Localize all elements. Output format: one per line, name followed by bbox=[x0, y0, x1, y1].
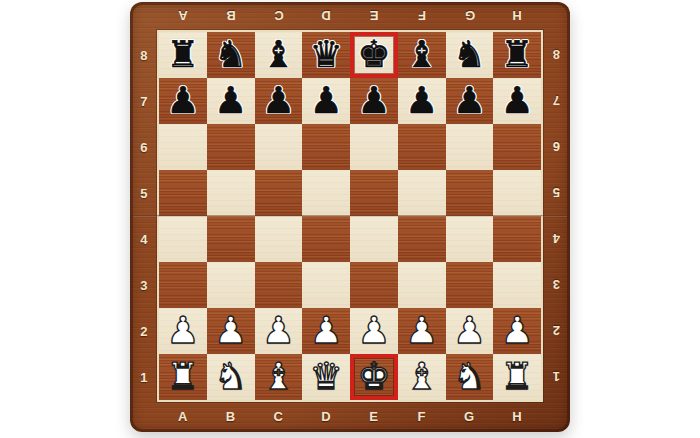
square-h4[interactable] bbox=[493, 216, 541, 262]
square-c5[interactable] bbox=[255, 170, 303, 216]
rank-label-left-4: 4 bbox=[132, 216, 156, 262]
square-c6[interactable] bbox=[255, 124, 303, 170]
rank-label-left-5: 5 bbox=[132, 170, 156, 216]
rank-label-left-8: 8 bbox=[132, 32, 156, 78]
piece-white-pawn[interactable]: ♟ bbox=[262, 312, 295, 349]
file-label-top-c: C bbox=[255, 3, 303, 29]
square-d5[interactable] bbox=[302, 170, 350, 216]
square-b5[interactable] bbox=[207, 170, 255, 216]
board-fold-seam bbox=[133, 215, 567, 217]
square-h3[interactable] bbox=[493, 262, 541, 308]
square-a1[interactable]: ♜ bbox=[159, 354, 207, 400]
piece-white-knight[interactable]: ♞ bbox=[453, 358, 486, 395]
file-label-top-h: H bbox=[493, 3, 541, 29]
file-label-top-b: B bbox=[207, 3, 255, 29]
square-e2[interactable]: ♟ bbox=[350, 308, 398, 354]
file-label-bottom-e: E bbox=[350, 403, 398, 430]
square-g7[interactable]: ♟ bbox=[446, 78, 494, 124]
piece-black-rook[interactable]: ♜ bbox=[166, 36, 199, 73]
square-b3[interactable] bbox=[207, 262, 255, 308]
file-label-bottom-a: A bbox=[159, 403, 207, 430]
rank-label-right-1: 1 bbox=[544, 354, 568, 400]
square-h2[interactable]: ♟ bbox=[493, 308, 541, 354]
square-b4[interactable] bbox=[207, 216, 255, 262]
screenshot-background: ABCDEFGH ABCDEFGH 87654321 87654321 ♜♞♝♛… bbox=[0, 0, 700, 438]
piece-white-pawn[interactable]: ♟ bbox=[357, 312, 390, 349]
square-h7[interactable]: ♟ bbox=[493, 78, 541, 124]
square-h5[interactable] bbox=[493, 170, 541, 216]
piece-black-bishop[interactable]: ♝ bbox=[405, 36, 438, 73]
file-label-top-f: F bbox=[398, 3, 446, 29]
square-b7[interactable]: ♟ bbox=[207, 78, 255, 124]
square-e5[interactable] bbox=[350, 170, 398, 216]
file-label-bottom-d: D bbox=[302, 403, 350, 430]
square-a5[interactable] bbox=[159, 170, 207, 216]
piece-white-knight[interactable]: ♞ bbox=[214, 358, 247, 395]
square-f3[interactable] bbox=[398, 262, 446, 308]
square-d1[interactable]: ♛ bbox=[302, 354, 350, 400]
piece-white-bishop[interactable]: ♝ bbox=[262, 358, 295, 395]
piece-white-king[interactable]: ♚ bbox=[357, 358, 390, 395]
rank-label-left-6: 6 bbox=[132, 124, 156, 170]
file-label-top-g: G bbox=[446, 3, 494, 29]
square-a6[interactable] bbox=[159, 124, 207, 170]
file-label-bottom-g: G bbox=[446, 403, 494, 430]
piece-white-pawn[interactable]: ♟ bbox=[453, 312, 486, 349]
square-b2[interactable]: ♟ bbox=[207, 308, 255, 354]
piece-black-bishop[interactable]: ♝ bbox=[262, 36, 295, 73]
piece-black-king[interactable]: ♚ bbox=[357, 36, 390, 73]
square-g4[interactable] bbox=[446, 216, 494, 262]
square-g6[interactable] bbox=[446, 124, 494, 170]
piece-black-knight[interactable]: ♞ bbox=[453, 36, 486, 73]
square-d6[interactable] bbox=[302, 124, 350, 170]
square-d7[interactable]: ♟ bbox=[302, 78, 350, 124]
chess-board: ABCDEFGH ABCDEFGH 87654321 87654321 ♜♞♝♛… bbox=[130, 2, 570, 432]
square-e8[interactable]: ♚ bbox=[350, 32, 398, 78]
piece-black-pawn[interactable]: ♟ bbox=[405, 82, 438, 119]
rank-label-left-7: 7 bbox=[132, 78, 156, 124]
square-e3[interactable] bbox=[350, 262, 398, 308]
rank-label-right-4: 4 bbox=[544, 216, 568, 262]
square-b1[interactable]: ♞ bbox=[207, 354, 255, 400]
rank-label-right-7: 7 bbox=[544, 78, 568, 124]
piece-black-pawn[interactable]: ♟ bbox=[166, 82, 199, 119]
square-a8[interactable]: ♜ bbox=[159, 32, 207, 78]
square-e4[interactable] bbox=[350, 216, 398, 262]
square-d3[interactable] bbox=[302, 262, 350, 308]
square-a2[interactable]: ♟ bbox=[159, 308, 207, 354]
piece-white-pawn[interactable]: ♟ bbox=[501, 312, 534, 349]
piece-black-pawn[interactable]: ♟ bbox=[357, 82, 390, 119]
rank-label-left-3: 3 bbox=[132, 262, 156, 308]
piece-black-pawn[interactable]: ♟ bbox=[214, 82, 247, 119]
file-label-bottom-f: F bbox=[398, 403, 446, 430]
rank-label-left-2: 2 bbox=[132, 308, 156, 354]
piece-black-pawn[interactable]: ♟ bbox=[501, 82, 534, 119]
square-f4[interactable] bbox=[398, 216, 446, 262]
square-c2[interactable]: ♟ bbox=[255, 308, 303, 354]
square-f1[interactable]: ♝ bbox=[398, 354, 446, 400]
piece-white-pawn[interactable]: ♟ bbox=[214, 312, 247, 349]
file-label-top-a: A bbox=[159, 3, 207, 29]
piece-white-pawn[interactable]: ♟ bbox=[405, 312, 438, 349]
piece-white-rook[interactable]: ♜ bbox=[501, 358, 534, 395]
file-labels-bottom: ABCDEFGH bbox=[159, 403, 541, 430]
rank-label-right-5: 5 bbox=[544, 170, 568, 216]
square-b6[interactable] bbox=[207, 124, 255, 170]
square-f5[interactable] bbox=[398, 170, 446, 216]
square-a4[interactable] bbox=[159, 216, 207, 262]
piece-black-pawn[interactable]: ♟ bbox=[262, 82, 295, 119]
piece-black-queen[interactable]: ♛ bbox=[310, 36, 343, 73]
square-a3[interactable] bbox=[159, 262, 207, 308]
rank-label-right-3: 3 bbox=[544, 262, 568, 308]
piece-black-pawn[interactable]: ♟ bbox=[453, 82, 486, 119]
file-label-bottom-c: C bbox=[255, 403, 303, 430]
square-e6[interactable] bbox=[350, 124, 398, 170]
file-label-bottom-b: B bbox=[207, 403, 255, 430]
square-d8[interactable]: ♛ bbox=[302, 32, 350, 78]
piece-white-bishop[interactable]: ♝ bbox=[405, 358, 438, 395]
file-label-top-d: D bbox=[302, 3, 350, 29]
rank-label-right-2: 2 bbox=[544, 308, 568, 354]
square-f7[interactable]: ♟ bbox=[398, 78, 446, 124]
square-g5[interactable] bbox=[446, 170, 494, 216]
square-b8[interactable]: ♞ bbox=[207, 32, 255, 78]
square-h8[interactable]: ♜ bbox=[493, 32, 541, 78]
square-h1[interactable]: ♜ bbox=[493, 354, 541, 400]
piece-white-pawn[interactable]: ♟ bbox=[166, 312, 199, 349]
square-c3[interactable] bbox=[255, 262, 303, 308]
rank-label-right-6: 6 bbox=[544, 124, 568, 170]
square-e7[interactable]: ♟ bbox=[350, 78, 398, 124]
square-f8[interactable]: ♝ bbox=[398, 32, 446, 78]
square-c7[interactable]: ♟ bbox=[255, 78, 303, 124]
square-g8[interactable]: ♞ bbox=[446, 32, 494, 78]
rank-label-right-8: 8 bbox=[544, 32, 568, 78]
square-h6[interactable] bbox=[493, 124, 541, 170]
square-f6[interactable] bbox=[398, 124, 446, 170]
file-label-top-e: E bbox=[350, 3, 398, 29]
square-g3[interactable] bbox=[446, 262, 494, 308]
square-d2[interactable]: ♟ bbox=[302, 308, 350, 354]
piece-white-rook[interactable]: ♜ bbox=[166, 358, 199, 395]
piece-white-queen[interactable]: ♛ bbox=[310, 358, 343, 395]
piece-black-rook[interactable]: ♜ bbox=[501, 36, 534, 73]
piece-black-pawn[interactable]: ♟ bbox=[310, 82, 343, 119]
square-g1[interactable]: ♞ bbox=[446, 354, 494, 400]
square-c4[interactable] bbox=[255, 216, 303, 262]
file-labels-top: ABCDEFGH bbox=[159, 3, 541, 29]
square-f2[interactable]: ♟ bbox=[398, 308, 446, 354]
square-c1[interactable]: ♝ bbox=[255, 354, 303, 400]
square-a7[interactable]: ♟ bbox=[159, 78, 207, 124]
square-c8[interactable]: ♝ bbox=[255, 32, 303, 78]
piece-white-pawn[interactable]: ♟ bbox=[310, 312, 343, 349]
square-e1[interactable]: ♚ bbox=[350, 354, 398, 400]
file-label-bottom-h: H bbox=[493, 403, 541, 430]
piece-black-knight[interactable]: ♞ bbox=[214, 36, 247, 73]
square-g2[interactable]: ♟ bbox=[446, 308, 494, 354]
rank-label-left-1: 1 bbox=[132, 354, 156, 400]
square-d4[interactable] bbox=[302, 216, 350, 262]
